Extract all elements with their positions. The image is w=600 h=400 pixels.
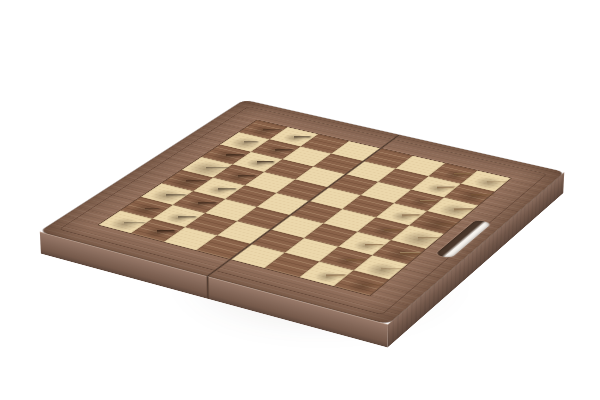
black-pawn-glyph: ♟ <box>130 180 183 240</box>
square-a6 <box>163 227 217 250</box>
square-c5 <box>237 207 290 229</box>
square-b5 <box>217 221 270 244</box>
product-photo: ♜♞♝♛♚♝♞♜♟♟♟♟♟♟♟♟♟♟♟♟♟♟♟♟♜♞♝♛♚♝♞♜ <box>0 0 600 400</box>
square-a4 <box>230 244 284 268</box>
square-a5 <box>196 236 250 260</box>
fold-seam-side <box>206 276 209 299</box>
square-b4 <box>251 229 305 252</box>
square-b6 <box>184 213 237 236</box>
white-rook-glyph: ♜ <box>329 221 394 294</box>
square-c6 <box>205 199 257 221</box>
